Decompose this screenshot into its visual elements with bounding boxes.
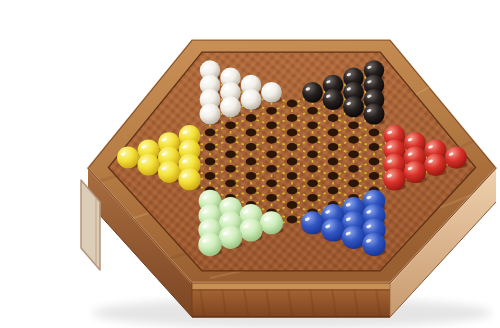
hole[interactable]: [328, 187, 339, 195]
hole[interactable]: [307, 136, 318, 144]
hole[interactable]: [205, 129, 216, 137]
hole[interactable]: [266, 194, 277, 202]
hole[interactable]: [307, 179, 318, 187]
hole[interactable]: [225, 136, 236, 144]
hole[interactable]: [307, 150, 318, 158]
hole[interactable]: [348, 179, 359, 187]
hole[interactable]: [266, 179, 277, 187]
hole[interactable]: [287, 158, 298, 166]
chinese-checkers-board-photo: [40, 16, 500, 328]
hole[interactable]: [328, 143, 339, 151]
hole[interactable]: [348, 121, 359, 129]
hole[interactable]: [246, 114, 257, 122]
hole[interactable]: [328, 158, 339, 166]
hole[interactable]: [328, 172, 339, 180]
hole[interactable]: [369, 143, 380, 151]
hole[interactable]: [369, 158, 380, 166]
hole[interactable]: [225, 150, 236, 158]
hole[interactable]: [266, 136, 277, 144]
board-svg: [40, 16, 500, 328]
hole[interactable]: [287, 129, 298, 137]
hole[interactable]: [205, 143, 216, 151]
board: [40, 16, 500, 328]
hole[interactable]: [287, 100, 298, 108]
hole[interactable]: [246, 158, 257, 166]
hole[interactable]: [287, 216, 298, 224]
hole[interactable]: [287, 201, 298, 209]
hole[interactable]: [307, 165, 318, 173]
hole[interactable]: [246, 143, 257, 151]
hole[interactable]: [287, 114, 298, 122]
hole[interactable]: [348, 136, 359, 144]
hole[interactable]: [328, 129, 339, 137]
hole[interactable]: [287, 143, 298, 151]
hole[interactable]: [307, 194, 318, 202]
hole[interactable]: [266, 121, 277, 129]
hole[interactable]: [246, 129, 257, 137]
hole[interactable]: [348, 150, 359, 158]
front-bevel: [192, 283, 390, 289]
hole[interactable]: [369, 172, 380, 180]
hole[interactable]: [246, 172, 257, 180]
hole[interactable]: [307, 121, 318, 129]
hole[interactable]: [266, 165, 277, 173]
hole[interactable]: [225, 179, 236, 187]
hole[interactable]: [287, 172, 298, 180]
hole[interactable]: [369, 129, 380, 137]
hole[interactable]: [287, 187, 298, 195]
hole[interactable]: [266, 150, 277, 158]
hole[interactable]: [205, 172, 216, 180]
hole[interactable]: [225, 165, 236, 173]
hole[interactable]: [246, 187, 257, 195]
hole[interactable]: [225, 121, 236, 129]
hole[interactable]: [266, 107, 277, 115]
hole[interactable]: [205, 158, 216, 166]
hole[interactable]: [307, 107, 318, 115]
hole[interactable]: [348, 165, 359, 173]
hole[interactable]: [328, 114, 339, 122]
